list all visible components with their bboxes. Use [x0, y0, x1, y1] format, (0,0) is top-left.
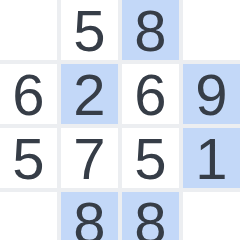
cell-r0c3[interactable]: [183, 0, 240, 60]
cell-r2c1[interactable]: 7: [61, 128, 118, 188]
cell-r1c3[interactable]: 9: [183, 64, 240, 124]
sudoku-board: 5 8 6 2 6 9 5 7 5 1 8 8: [0, 0, 240, 240]
cell-r1c0[interactable]: 6: [0, 64, 57, 124]
cell-r3c0[interactable]: [0, 192, 57, 240]
cell-r1c1[interactable]: 2: [61, 64, 118, 124]
cell-r1c2[interactable]: 6: [122, 64, 179, 124]
cell-r2c2[interactable]: 5: [122, 128, 179, 188]
cell-r0c2[interactable]: 8: [122, 0, 179, 60]
cell-r3c1[interactable]: 8: [61, 192, 118, 240]
cell-r0c1[interactable]: 5: [61, 0, 118, 60]
cell-r3c3[interactable]: [183, 192, 240, 240]
cell-r0c0[interactable]: [0, 0, 57, 60]
cell-r2c3[interactable]: 1: [183, 128, 240, 188]
cell-r3c2[interactable]: 8: [122, 192, 179, 240]
cell-r2c0[interactable]: 5: [0, 128, 57, 188]
